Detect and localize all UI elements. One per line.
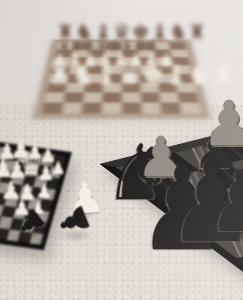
square: [122, 57, 139, 65]
square: [53, 57, 71, 65]
square: [86, 65, 104, 74]
square: [171, 57, 189, 65]
square: [169, 42, 186, 49]
square: [72, 50, 90, 58]
square: [67, 74, 86, 83]
chess-photo-scene: ♞♟♟♟♟♟♟♟♟♟♟♟♟♛♟♟♟♟♟♟♟♟♟♟ ♜♞♝♛♚♝♞♜♟♟♟♟♟♟♟…: [0, 0, 243, 300]
square: [139, 65, 157, 74]
square: [51, 65, 70, 74]
square: [122, 74, 140, 83]
square: [47, 83, 67, 93]
square: [89, 42, 106, 49]
square: [55, 50, 73, 58]
square: [105, 50, 122, 58]
square: [102, 92, 121, 102]
square: [154, 50, 172, 58]
square: [179, 103, 201, 114]
piece-shadow: [74, 210, 96, 218]
square: [105, 42, 121, 49]
square: [122, 103, 142, 114]
background-chessboard: [33, 40, 210, 118]
square: [140, 83, 159, 93]
square: [57, 42, 74, 49]
square: [122, 65, 140, 74]
background-chessboard-grid: [42, 42, 201, 113]
square: [104, 57, 121, 65]
square: [104, 65, 122, 74]
square: [87, 57, 105, 65]
square: [141, 103, 161, 114]
square: [155, 57, 173, 65]
square: [84, 83, 103, 93]
square: [153, 42, 170, 49]
square: [176, 83, 196, 93]
square: [103, 74, 121, 83]
square: [160, 103, 181, 114]
piece-shadow: [18, 228, 46, 238]
square: [69, 65, 88, 74]
square: [140, 92, 160, 102]
square: [45, 92, 66, 102]
square: [137, 42, 154, 49]
square: [177, 92, 198, 102]
piece-shadow: [60, 230, 92, 241]
square: [138, 50, 155, 58]
square: [174, 74, 194, 83]
square: [159, 92, 179, 102]
square: [66, 83, 86, 93]
square: [139, 74, 158, 83]
square: [73, 42, 90, 49]
square: [173, 65, 192, 74]
square: [64, 92, 84, 102]
square: [62, 103, 83, 114]
square: [156, 65, 175, 74]
square: [102, 103, 122, 114]
square: [82, 103, 102, 114]
square: [122, 83, 141, 93]
square: [49, 74, 69, 83]
square: [170, 50, 188, 58]
square: [122, 92, 141, 102]
square: [83, 92, 103, 102]
square: [157, 74, 176, 83]
square: [138, 57, 156, 65]
square: [88, 50, 105, 58]
square: [85, 74, 104, 83]
square: [42, 103, 64, 114]
square: [158, 83, 178, 93]
square: [70, 57, 88, 65]
square: [122, 50, 139, 58]
square: [122, 42, 138, 49]
square: [103, 83, 122, 93]
